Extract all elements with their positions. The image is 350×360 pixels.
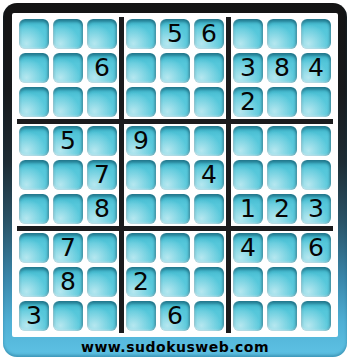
page: 6563842578941237832646 www.sudokusweb.co… xyxy=(0,0,350,360)
cell-r8c4[interactable]: 2 xyxy=(126,267,156,297)
cell-r3c5[interactable] xyxy=(160,87,190,117)
cell-r9c3[interactable] xyxy=(87,301,117,331)
cell-r8c1[interactable] xyxy=(19,267,49,297)
cell-r8c3[interactable] xyxy=(87,267,117,297)
cell-digit: 5 xyxy=(167,19,183,49)
footer-url-link[interactable]: www.sudokusweb.com xyxy=(81,339,269,355)
cell-digit: 6 xyxy=(94,53,110,83)
cell-r3c3[interactable] xyxy=(87,87,117,117)
cell-r7c2[interactable]: 7 xyxy=(53,233,83,263)
sudoku-board-frame: 6563842578941237832646 www.sudokusweb.co… xyxy=(3,3,347,357)
cell-r1c4[interactable] xyxy=(126,19,156,49)
cell-r9c2[interactable] xyxy=(53,301,83,331)
cell-r6c6[interactable] xyxy=(194,194,224,224)
cell-r8c9[interactable] xyxy=(301,267,331,297)
cell-r2c9[interactable]: 4 xyxy=(301,53,331,83)
cell-r3c7[interactable]: 2 xyxy=(233,87,263,117)
cell-r4c3[interactable] xyxy=(87,126,117,156)
cell-r4c1[interactable] xyxy=(19,126,49,156)
cell-r7c7[interactable]: 4 xyxy=(233,233,263,263)
block-3-2: 26 xyxy=(124,231,226,333)
cell-r5c7[interactable] xyxy=(233,160,263,190)
cell-r3c6[interactable] xyxy=(194,87,224,117)
cell-r4c8[interactable] xyxy=(267,126,297,156)
cell-r9c7[interactable] xyxy=(233,301,263,331)
cell-r7c3[interactable] xyxy=(87,233,117,263)
cell-r4c9[interactable] xyxy=(301,126,331,156)
cell-r8c5[interactable] xyxy=(160,267,190,297)
cell-r1c2[interactable] xyxy=(53,19,83,49)
cell-r9c6[interactable] xyxy=(194,301,224,331)
cell-r7c8[interactable] xyxy=(267,233,297,263)
cell-r3c9[interactable] xyxy=(301,87,331,117)
cell-r6c2[interactable] xyxy=(53,194,83,224)
cell-r6c4[interactable] xyxy=(126,194,156,224)
cell-digit: 3 xyxy=(240,53,256,83)
cell-r5c8[interactable] xyxy=(267,160,297,190)
cell-r5c4[interactable] xyxy=(126,160,156,190)
cell-r7c6[interactable] xyxy=(194,233,224,263)
cell-r2c7[interactable]: 3 xyxy=(233,53,263,83)
cell-r5c1[interactable] xyxy=(19,160,49,190)
block-2-3: 123 xyxy=(231,124,333,226)
cell-digit: 8 xyxy=(274,53,290,83)
cell-r5c9[interactable] xyxy=(301,160,331,190)
cell-r1c5[interactable]: 5 xyxy=(160,19,190,49)
cell-r8c6[interactable] xyxy=(194,267,224,297)
cell-r7c9[interactable]: 6 xyxy=(301,233,331,263)
cell-r8c2[interactable]: 8 xyxy=(53,267,83,297)
cell-digit: 6 xyxy=(167,301,183,331)
cell-digit: 9 xyxy=(133,126,149,156)
cell-r1c9[interactable] xyxy=(301,19,331,49)
cell-r5c3[interactable]: 7 xyxy=(87,160,117,190)
cell-r6c5[interactable] xyxy=(160,194,190,224)
cell-r3c1[interactable] xyxy=(19,87,49,117)
cell-r2c4[interactable] xyxy=(126,53,156,83)
cell-r7c1[interactable] xyxy=(19,233,49,263)
cell-digit: 8 xyxy=(60,267,76,297)
cell-r7c4[interactable] xyxy=(126,233,156,263)
cell-r3c4[interactable] xyxy=(126,87,156,117)
cell-digit: 4 xyxy=(240,233,256,263)
cell-r2c1[interactable] xyxy=(19,53,49,83)
footer: www.sudokusweb.com xyxy=(12,337,338,357)
cell-digit: 8 xyxy=(94,194,110,224)
cell-r5c6[interactable]: 4 xyxy=(194,160,224,190)
cell-r2c8[interactable]: 8 xyxy=(267,53,297,83)
cell-r1c1[interactable] xyxy=(19,19,49,49)
cell-r8c7[interactable] xyxy=(233,267,263,297)
cell-digit: 5 xyxy=(60,126,76,156)
cell-r5c2[interactable] xyxy=(53,160,83,190)
cell-r4c7[interactable] xyxy=(233,126,263,156)
cell-r8c8[interactable] xyxy=(267,267,297,297)
cell-digit: 6 xyxy=(308,233,324,263)
block-2-2: 94 xyxy=(124,124,226,226)
cell-r9c8[interactable] xyxy=(267,301,297,331)
cell-r2c5[interactable] xyxy=(160,53,190,83)
cell-digit: 2 xyxy=(274,194,290,224)
cell-digit: 4 xyxy=(308,53,324,83)
sudoku-grid: 6563842578941237832646 xyxy=(17,17,333,333)
cell-r4c5[interactable] xyxy=(160,126,190,156)
block-1-2: 56 xyxy=(124,17,226,119)
block-1-1: 6 xyxy=(17,17,119,119)
cell-r6c8[interactable]: 2 xyxy=(267,194,297,224)
cell-digit: 2 xyxy=(240,87,256,117)
cell-digit: 1 xyxy=(240,194,256,224)
cell-r3c2[interactable] xyxy=(53,87,83,117)
cell-r9c4[interactable] xyxy=(126,301,156,331)
block-2-1: 578 xyxy=(17,124,119,226)
cell-digit: 7 xyxy=(60,233,76,263)
cell-r4c6[interactable] xyxy=(194,126,224,156)
cell-r9c1[interactable]: 3 xyxy=(19,301,49,331)
cell-r2c6[interactable] xyxy=(194,53,224,83)
cell-r7c5[interactable] xyxy=(160,233,190,263)
block-1-3: 3842 xyxy=(231,17,333,119)
cell-digit: 3 xyxy=(26,301,42,331)
block-3-3: 46 xyxy=(231,231,333,333)
cell-r4c4[interactable]: 9 xyxy=(126,126,156,156)
cell-r1c3[interactable] xyxy=(87,19,117,49)
cell-r1c7[interactable] xyxy=(233,19,263,49)
cell-r6c3[interactable]: 8 xyxy=(87,194,117,224)
cell-r4c2[interactable]: 5 xyxy=(53,126,83,156)
cell-r3c8[interactable] xyxy=(267,87,297,117)
cell-digit: 2 xyxy=(133,267,149,297)
cell-r6c9[interactable]: 3 xyxy=(301,194,331,224)
cell-r6c1[interactable] xyxy=(19,194,49,224)
cell-r2c2[interactable] xyxy=(53,53,83,83)
sudoku-grid-panel: 6563842578941237832646 xyxy=(12,13,338,337)
cell-r9c5[interactable]: 6 xyxy=(160,301,190,331)
cell-digit: 4 xyxy=(201,160,217,190)
cell-digit: 7 xyxy=(94,160,110,190)
cell-r5c5[interactable] xyxy=(160,160,190,190)
cell-r1c6[interactable]: 6 xyxy=(194,19,224,49)
cell-r1c8[interactable] xyxy=(267,19,297,49)
cell-r9c9[interactable] xyxy=(301,301,331,331)
cell-digit: 6 xyxy=(201,19,217,49)
cell-digit: 3 xyxy=(308,194,324,224)
block-3-1: 783 xyxy=(17,231,119,333)
cell-r6c7[interactable]: 1 xyxy=(233,194,263,224)
cell-r2c3[interactable]: 6 xyxy=(87,53,117,83)
